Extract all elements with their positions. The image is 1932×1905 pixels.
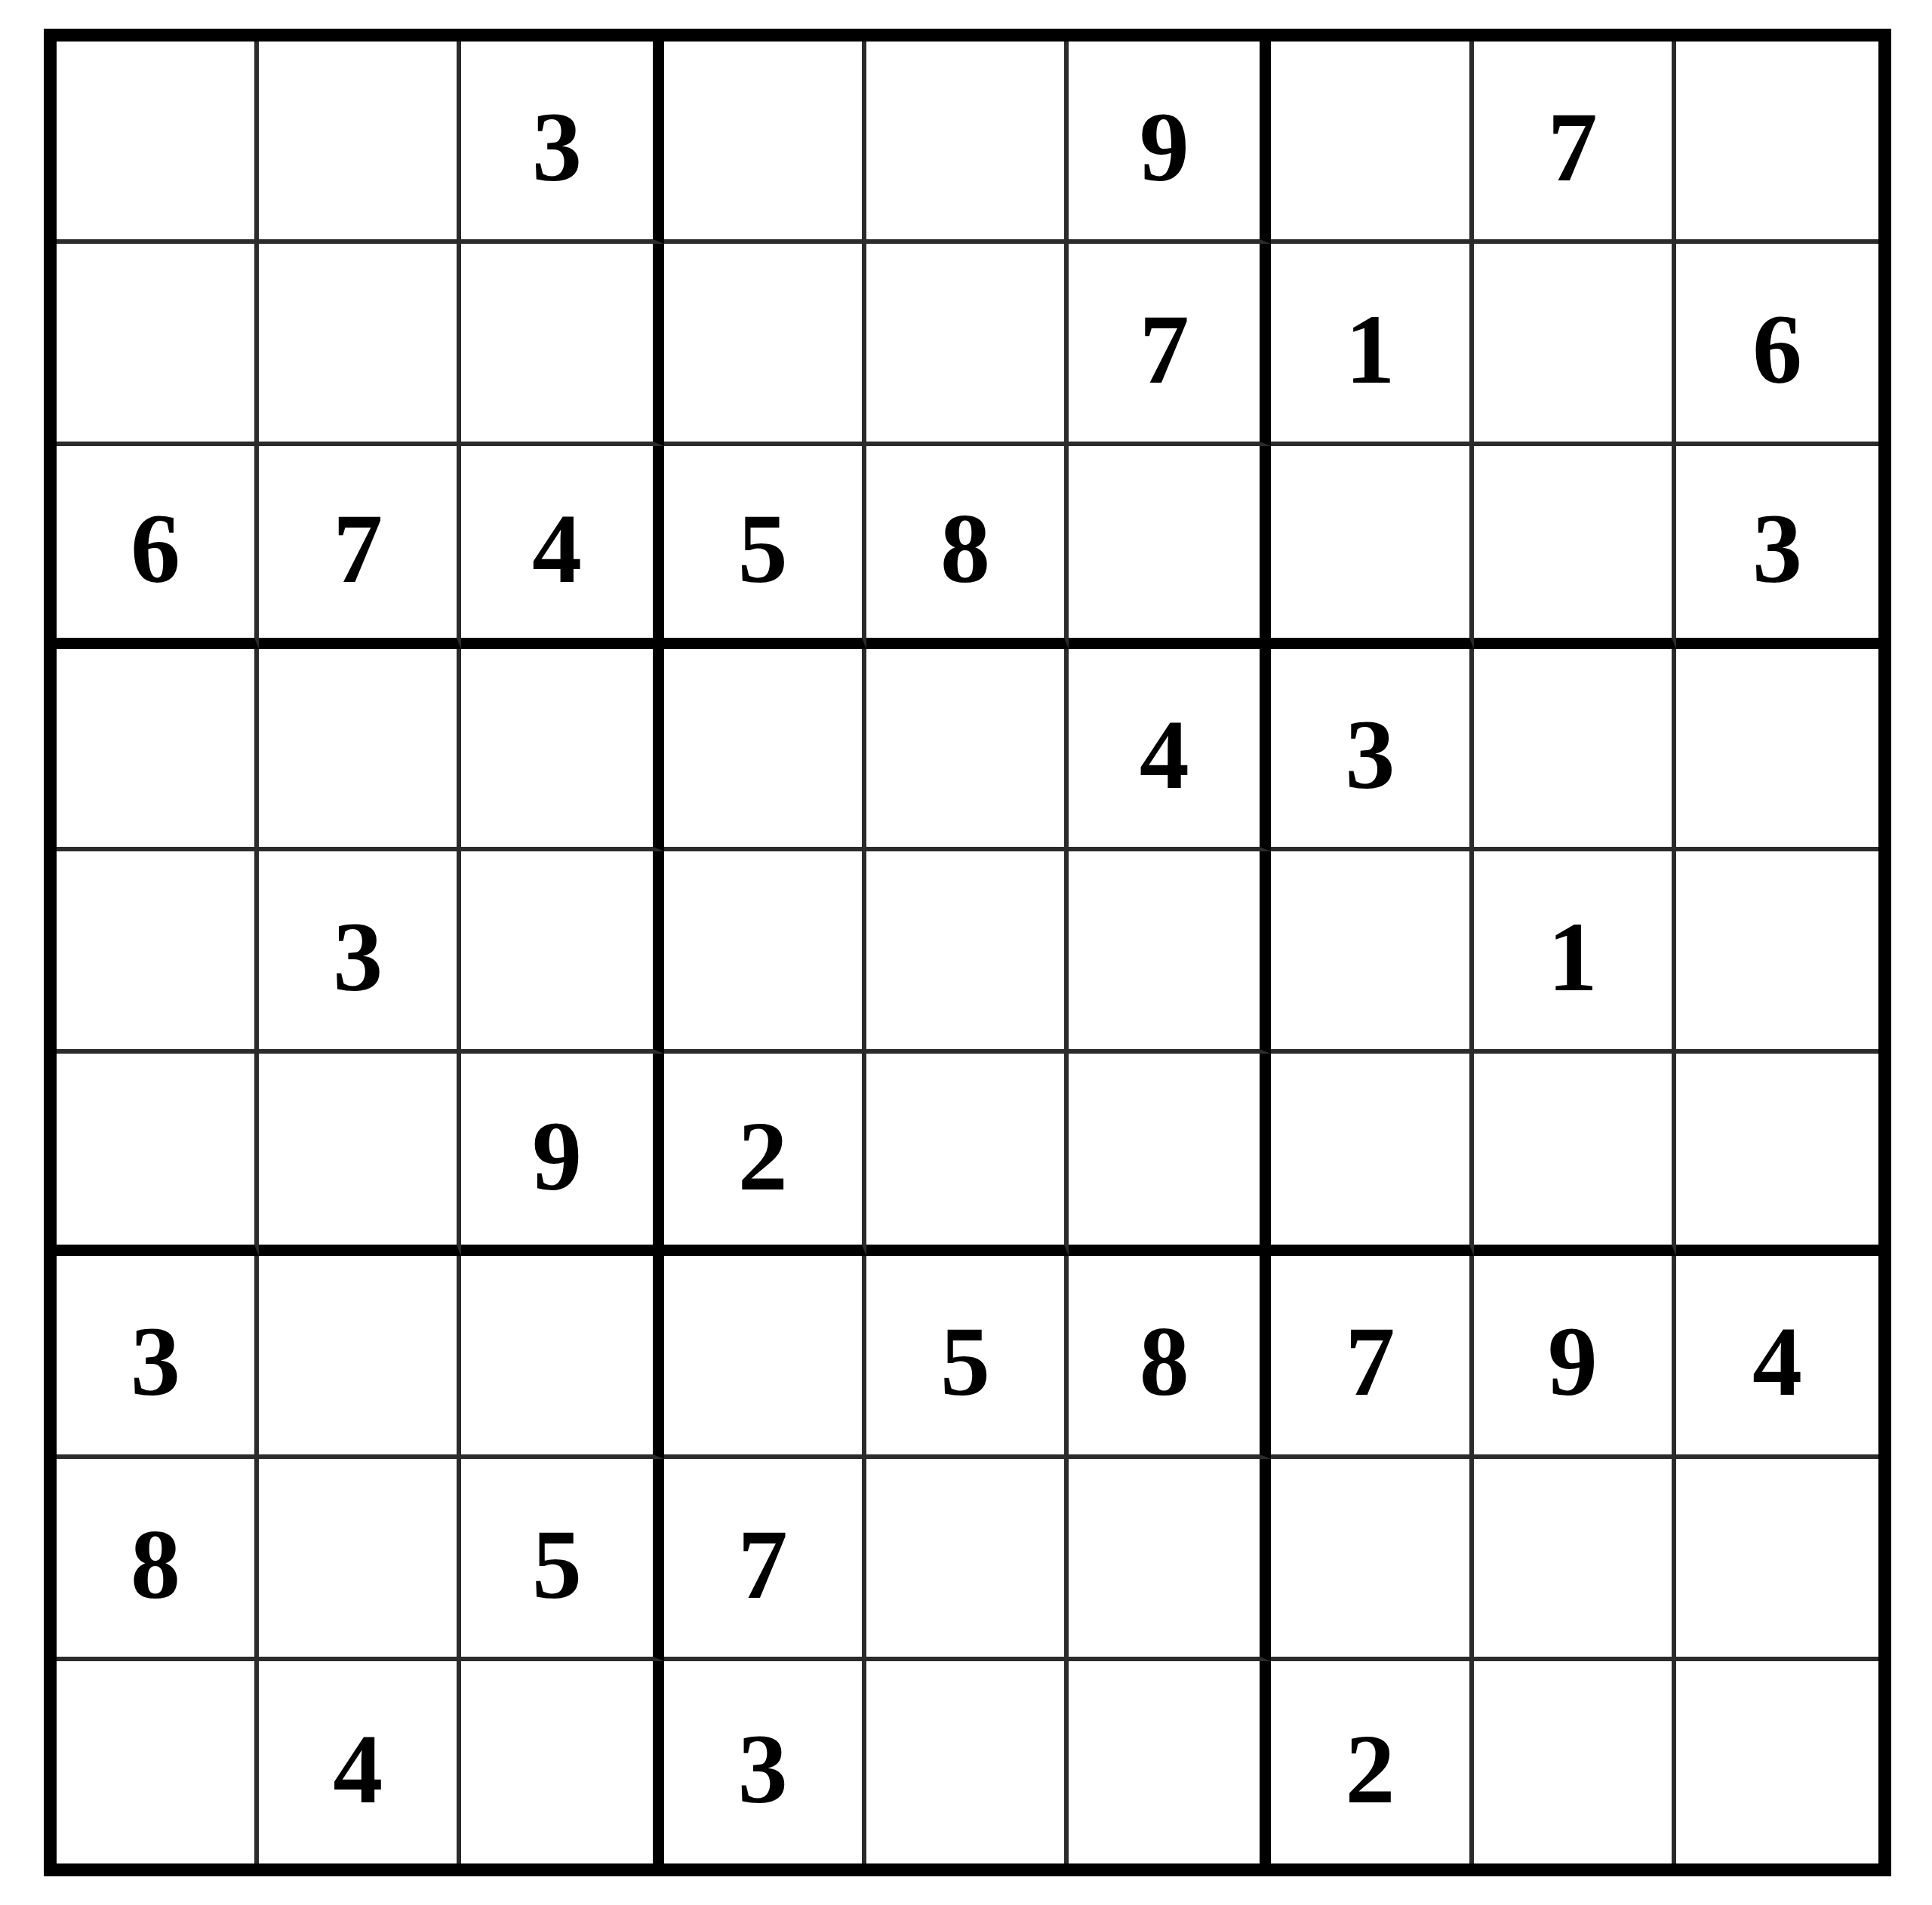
cell-r9c2[interactable]: 4 (259, 1661, 461, 1863)
cell-r3c4[interactable]: 5 (664, 446, 866, 648)
cell-r8c7[interactable] (1271, 1459, 1473, 1661)
cell-r2c3[interactable] (461, 244, 663, 446)
cell-r1c8[interactable]: 7 (1474, 42, 1676, 244)
cell-r5c9[interactable] (1676, 851, 1878, 1054)
cell-r6c4[interactable]: 2 (664, 1054, 866, 1256)
cell-r3c2[interactable]: 7 (259, 446, 461, 648)
cell-r8c2[interactable] (259, 1459, 461, 1661)
cell-r9c8[interactable] (1474, 1661, 1676, 1863)
cell-r5c3[interactable] (461, 851, 663, 1054)
cell-r7c4[interactable] (664, 1256, 866, 1458)
cell-r8c6[interactable] (1069, 1459, 1271, 1661)
given-digit: 7 (738, 1515, 788, 1614)
sudoku-board: 397716674583433192358794857432 (44, 29, 1891, 1876)
given-digit: 7 (1140, 300, 1189, 399)
cell-r4c3[interactable] (461, 649, 663, 851)
given-digit: 8 (940, 499, 990, 599)
cell-r3c9[interactable]: 3 (1676, 446, 1878, 648)
given-digit: 1 (1548, 907, 1598, 1007)
given-digit: 4 (1140, 705, 1189, 805)
given-digit: 5 (940, 1312, 990, 1411)
cell-r6c2[interactable] (259, 1054, 461, 1256)
given-digit: 6 (131, 499, 180, 599)
cell-r7c7[interactable]: 7 (1271, 1256, 1473, 1458)
given-digit: 3 (1752, 499, 1802, 599)
given-digit: 2 (1345, 1719, 1395, 1819)
cell-r3c6[interactable] (1069, 446, 1271, 648)
cell-r7c1[interactable]: 3 (57, 1256, 259, 1458)
cell-r6c9[interactable] (1676, 1054, 1878, 1256)
given-digit: 3 (333, 907, 383, 1007)
given-digit: 3 (131, 1312, 180, 1411)
cell-r3c8[interactable] (1474, 446, 1676, 648)
given-digit: 4 (333, 1719, 383, 1819)
cell-r4c6[interactable]: 4 (1069, 649, 1271, 851)
given-digit: 9 (532, 1106, 582, 1206)
cell-r1c5[interactable] (866, 42, 1069, 244)
cell-r1c9[interactable] (1676, 42, 1878, 244)
cell-r6c3[interactable]: 9 (461, 1054, 663, 1256)
cell-r2c9[interactable]: 6 (1676, 244, 1878, 446)
given-digit: 4 (532, 499, 582, 599)
cell-r4c2[interactable] (259, 649, 461, 851)
given-digit: 8 (1140, 1312, 1189, 1411)
cell-r7c5[interactable]: 5 (866, 1256, 1069, 1458)
cell-r1c1[interactable] (57, 42, 259, 244)
cell-r9c1[interactable] (57, 1661, 259, 1863)
cell-r5c5[interactable] (866, 851, 1069, 1054)
cell-r9c3[interactable] (461, 1661, 663, 1863)
cell-r8c4[interactable]: 7 (664, 1459, 866, 1661)
cell-r8c9[interactable] (1676, 1459, 1878, 1661)
cell-r6c6[interactable] (1069, 1054, 1271, 1256)
cell-r5c2[interactable]: 3 (259, 851, 461, 1054)
cell-r2c6[interactable]: 7 (1069, 244, 1271, 446)
cell-r1c4[interactable] (664, 42, 866, 244)
given-digit: 7 (333, 499, 383, 599)
cell-r6c5[interactable] (866, 1054, 1069, 1256)
cell-r2c5[interactable] (866, 244, 1069, 446)
cell-r7c2[interactable] (259, 1256, 461, 1458)
cell-r8c5[interactable] (866, 1459, 1069, 1661)
given-digit: 5 (738, 499, 788, 599)
cell-r3c7[interactable] (1271, 446, 1473, 648)
cell-r2c7[interactable]: 1 (1271, 244, 1473, 446)
cell-r3c1[interactable]: 6 (57, 446, 259, 648)
cell-r7c3[interactable] (461, 1256, 663, 1458)
given-digit: 8 (131, 1515, 180, 1614)
cell-r9c9[interactable] (1676, 1661, 1878, 1863)
given-digit: 9 (1140, 97, 1189, 197)
given-digit: 9 (1548, 1312, 1598, 1411)
cell-r4c9[interactable] (1676, 649, 1878, 851)
cell-r1c6[interactable]: 9 (1069, 42, 1271, 244)
cell-r2c1[interactable] (57, 244, 259, 446)
cell-r7c9[interactable]: 4 (1676, 1256, 1878, 1458)
cell-r6c1[interactable] (57, 1054, 259, 1256)
cell-r9c4[interactable]: 3 (664, 1661, 866, 1863)
cell-r2c4[interactable] (664, 244, 866, 446)
given-digit: 1 (1345, 300, 1395, 399)
cell-r9c7[interactable]: 2 (1271, 1661, 1473, 1863)
cell-r6c7[interactable] (1271, 1054, 1473, 1256)
cell-r2c2[interactable] (259, 244, 461, 446)
given-digit: 4 (1752, 1312, 1802, 1411)
cell-r4c8[interactable] (1474, 649, 1676, 851)
cell-r5c6[interactable] (1069, 851, 1271, 1054)
cell-r9c6[interactable] (1069, 1661, 1271, 1863)
cell-r8c8[interactable] (1474, 1459, 1676, 1661)
given-digit: 3 (1345, 705, 1395, 805)
given-digit: 7 (1345, 1312, 1395, 1411)
cell-r2c8[interactable] (1474, 244, 1676, 446)
cell-r4c1[interactable] (57, 649, 259, 851)
given-digit: 7 (1548, 97, 1598, 197)
cell-r1c7[interactable] (1271, 42, 1473, 244)
given-digit: 3 (532, 97, 582, 197)
cell-r5c7[interactable] (1271, 851, 1473, 1054)
cell-r7c6[interactable]: 8 (1069, 1256, 1271, 1458)
cell-r8c3[interactable]: 5 (461, 1459, 663, 1661)
cell-r7c8[interactable]: 9 (1474, 1256, 1676, 1458)
cell-r8c1[interactable]: 8 (57, 1459, 259, 1661)
cell-r5c4[interactable] (664, 851, 866, 1054)
cell-r3c5[interactable]: 8 (866, 446, 1069, 648)
cell-r5c1[interactable] (57, 851, 259, 1054)
cell-r9c5[interactable] (866, 1661, 1069, 1863)
cell-r4c5[interactable] (866, 649, 1069, 851)
cell-r1c3[interactable]: 3 (461, 42, 663, 244)
cell-r5c8[interactable]: 1 (1474, 851, 1676, 1054)
cell-r4c7[interactable]: 3 (1271, 649, 1473, 851)
cell-r4c4[interactable] (664, 649, 866, 851)
given-digit: 3 (738, 1719, 788, 1819)
cell-r1c2[interactable] (259, 42, 461, 244)
given-digit: 5 (532, 1515, 582, 1614)
cell-r6c8[interactable] (1474, 1054, 1676, 1256)
given-digit: 6 (1752, 300, 1802, 399)
cell-r3c3[interactable]: 4 (461, 446, 663, 648)
given-digit: 2 (738, 1106, 788, 1206)
